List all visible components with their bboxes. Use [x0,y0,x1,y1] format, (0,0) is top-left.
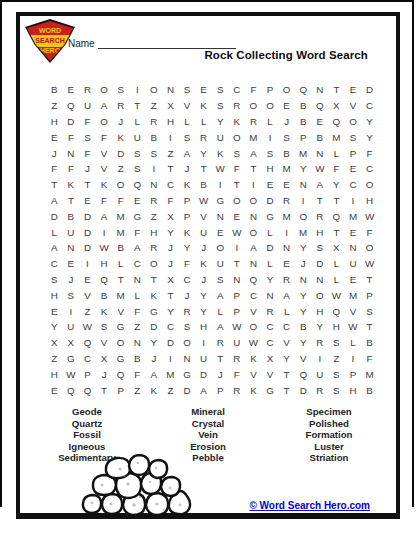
grid-cell: S [212,82,229,98]
grid-cell: O [96,114,113,130]
grid-cell: S [312,240,329,256]
grid-cell: H [345,382,362,398]
grid-cell: T [63,193,80,209]
grid-cell: W [328,287,345,303]
grid-cell: F [361,145,378,161]
word-list-item: Igneous [28,441,146,453]
grid-cell: O [361,177,378,193]
grid-cell: T [195,161,212,177]
grid-cell: S [96,319,113,335]
grid-cell: W [361,256,378,272]
grid-cell: C [361,161,378,177]
grid-cell: J [162,240,179,256]
grid-cell: D [79,240,96,256]
grid-cell: O [112,177,129,193]
grid-cell: M [295,224,312,240]
grid-cell: N [179,351,196,367]
grid-cell: A [245,240,262,256]
grid-cell: W [212,161,229,177]
grid-cell: E [278,98,295,114]
grid-cell: R [312,335,329,351]
grid-cell: E [46,129,63,145]
grid-cell: G [129,208,146,224]
grid-cell: Z [129,319,146,335]
grid-cell: F [361,224,378,240]
grid-cell: R [278,272,295,288]
grid-cell: N [345,240,362,256]
grid-cell: T [112,272,129,288]
grid-cell: R [112,98,129,114]
grid-cell: O [96,82,113,98]
grid-cell: X [328,98,345,114]
grid-cell: O [245,224,262,240]
grid-cell: V [96,145,113,161]
word-list-item: Striation [270,452,388,464]
grid-cell: R [212,335,229,351]
grid-cell: E [46,303,63,319]
grid-cell: Y [328,177,345,193]
grid-cell: H [262,161,279,177]
grid-cell: I [312,351,329,367]
word-list-item: Mineral [149,406,267,418]
grid-cell: J [278,114,295,130]
grid-cell: T [312,193,329,209]
grid-cell: W [229,224,246,240]
grid-cell: E [312,114,329,130]
grid-cell: P [229,303,246,319]
grid-cell: A [96,98,113,114]
grid-cell: S [328,382,345,398]
grid-cell: P [345,145,362,161]
grid-cell: R [195,129,212,145]
grid-cell: L [46,224,63,240]
grid-cell: E [129,193,146,209]
grid-cell: B [312,129,329,145]
grid-cell: J [295,256,312,272]
grid-cell: H [328,319,345,335]
word-list-item: Quartz [28,418,146,430]
grid-cell: S [212,98,229,114]
grid-cell: P [361,287,378,303]
grid-cell: S [229,145,246,161]
grid-cell: W [96,240,113,256]
grid-cell: T [328,82,345,98]
grid-cell: C [179,272,196,288]
grid-cell: V [96,335,113,351]
grid-cell: T [361,272,378,288]
grid-cell: F [96,193,113,209]
grid-cell: K [179,224,196,240]
grid-cell: I [278,224,295,240]
grid-cell: K [195,98,212,114]
grid-cell: O [295,208,312,224]
grid-cell: T [278,366,295,382]
grid-cell: M [345,208,362,224]
grid-cell: M [162,366,179,382]
grid-cell: D [79,224,96,240]
grid-cell: Q [79,382,96,398]
grid-cell: A [96,208,113,224]
grid-cell: L [112,256,129,272]
grid-cell: C [262,319,279,335]
grid-cell: F [63,161,80,177]
grid-cell: E [63,82,80,98]
grid-cell: S [345,129,362,145]
grid-cell: P [345,366,362,382]
grid-cell: G [212,193,229,209]
grid-cell: K [245,382,262,398]
grid-cell: H [361,193,378,209]
grid-cell: V [245,303,262,319]
grid-cell: F [162,193,179,209]
grid-cell: T [245,161,262,177]
grid-cell: U [212,129,229,145]
grid-cell: E [345,161,362,177]
grid-cell: F [328,161,345,177]
grid-cell: Q [96,272,113,288]
grid-cell: N [129,272,146,288]
grid-cell: N [212,208,229,224]
grid-cell: V [278,335,295,351]
grid-cell: R [146,240,163,256]
grid-cell: F [46,161,63,177]
grid-cell: R [229,98,246,114]
grid-cell: F [79,114,96,130]
word-list-column: SpecimenPolishedFormationLusterStriation [270,406,388,464]
grid-cell: T [96,382,113,398]
grid-cell: F [96,129,113,145]
grid-cell: S [212,272,229,288]
grid-cell: Z [146,208,163,224]
word-list-item: Polished [270,418,388,430]
grid-cell: X [63,335,80,351]
grid-cell: O [112,335,129,351]
grid-cell: C [245,287,262,303]
grid-cell: R [146,114,163,130]
grid-cell: D [195,366,212,382]
grid-cell: B [295,114,312,130]
grid-cell: B [295,319,312,335]
grid-cell: K [212,145,229,161]
grid-cell: D [361,82,378,98]
grid-cell: T [162,161,179,177]
grid-cell: N [278,240,295,256]
grid-cell: C [262,335,279,351]
grid-cell: F [229,366,246,382]
grid-cell: L [129,114,146,130]
grid-cell: A [212,319,229,335]
grid-cell: F [245,82,262,98]
grid-cell: U [312,366,329,382]
grid-cell: W [245,335,262,351]
grid-cell: G [262,208,279,224]
grid-cell: L [179,114,196,130]
grid-cell: I [229,240,246,256]
grid-cell: C [278,319,295,335]
grid-cell: M [278,208,295,224]
grid-cell: F [129,366,146,382]
grid-cell: J [195,272,212,288]
grid-cell: L [328,145,345,161]
grid-cell: B [129,351,146,367]
grid-cell: S [179,129,196,145]
grid-cell: N [312,82,329,98]
grid-cell: U [63,319,80,335]
worksheet-page: WORD SEARCH HERO Name Rock Collecting Wo… [0,0,416,539]
grid-cell: O [146,82,163,98]
grid-cell: F [129,224,146,240]
word-search-grid: BEROSIONSESCFPOQNTEDZQUARTZXVKSROOEBQXVC… [46,82,378,398]
grid-cell: M [112,287,129,303]
grid-cell: P [112,382,129,398]
word-list-item: Formation [270,429,388,441]
grid-cell: C [345,177,362,193]
grid-cell: A [312,177,329,193]
grid-cell: F [112,193,129,209]
grid-cell: W [195,193,212,209]
grid-cell: I [295,193,312,209]
grid-cell: Y [295,303,312,319]
grid-cell: O [229,193,246,209]
grid-cell: B [195,177,212,193]
grid-cell: J [63,272,80,288]
grid-cell: J [146,351,163,367]
grid-cell: P [179,208,196,224]
grid-cell: O [312,287,329,303]
grid-cell: M [112,208,129,224]
grid-cell: Q [328,114,345,130]
grid-cell: Y [312,319,329,335]
word-list-item: Fossil [28,429,146,441]
grid-cell: I [146,161,163,177]
grid-cell: T [162,287,179,303]
grid-cell: I [129,82,146,98]
grid-cell: K [146,382,163,398]
grid-cell: S [79,129,96,145]
grid-cell: N [229,272,246,288]
grid-cell: I [345,351,362,367]
grid-cell: F [63,129,80,145]
word-list-item: Crystal [149,418,267,430]
word-list-item: Specimen [270,406,388,418]
grid-cell: Q [63,98,80,114]
grid-cell: I [63,303,80,319]
grid-cell: X [262,351,279,367]
grid-cell: R [245,114,262,130]
grid-cell: F [361,351,378,367]
grid-cell: N [262,287,279,303]
grid-cell: J [79,161,96,177]
grid-cell: D [262,193,279,209]
grid-cell: C [229,82,246,98]
grid-cell: M [345,287,362,303]
grid-cell: S [46,272,63,288]
grid-cell: O [212,240,229,256]
grid-cell: U [63,224,80,240]
grid-cell: W [312,161,329,177]
grid-cell: A [212,287,229,303]
grid-cell: E [278,256,295,272]
grid-cell: S [278,129,295,145]
grid-cell: K [229,114,246,130]
grid-cell: Q [295,366,312,382]
grid-cell: E [229,208,246,224]
grid-cell: N [245,208,262,224]
grid-cell: V [245,366,262,382]
grid-cell: Z [46,351,63,367]
grid-cell: R [179,303,196,319]
grid-cell: Z [129,382,146,398]
grid-cell: S [179,82,196,98]
grid-cell: U [212,256,229,272]
grid-cell: L [262,114,279,130]
grid-cell: X [96,351,113,367]
grid-cell: E [79,272,96,288]
grid-cell: X [162,98,179,114]
grid-cell: O [245,319,262,335]
grid-cell: J [96,366,113,382]
word-list-item: Vein [149,429,267,441]
grid-cell: F [79,145,96,161]
grid-cell: V [79,287,96,303]
grid-cell: Y [195,287,212,303]
grid-cell: M [245,129,262,145]
grid-cell: Q [129,177,146,193]
grid-cell: S [328,335,345,351]
grid-cell: R [278,193,295,209]
grid-cell: H [96,256,113,272]
grid-cell: U [195,351,212,367]
grid-cell: I [262,129,279,145]
grid-cell: C [162,177,179,193]
grid-cell: D [112,145,129,161]
grid-cell: X [162,272,179,288]
grid-cell: Y [212,114,229,130]
grid-cell: Y [295,287,312,303]
grid-cell: O [146,256,163,272]
grid-cell: N [295,272,312,288]
grid-cell: N [146,177,163,193]
grid-cell: D [312,256,329,272]
grid-cell: D [295,382,312,398]
grid-cell: Y [295,240,312,256]
grid-cell: T [328,224,345,240]
grid-cell: Y [162,224,179,240]
grid-cell: Y [162,303,179,319]
grid-cell: R [229,382,246,398]
grid-cell: B [361,382,378,398]
grid-cell: K [179,177,196,193]
grid-cell: C [79,351,96,367]
grid-cell: U [79,98,96,114]
grid-cell: R [146,193,163,209]
grid-cell: K [63,177,80,193]
grid-cell: L [262,224,279,240]
grid-cell: L [212,303,229,319]
grid-cell: D [162,335,179,351]
grid-cell: Z [328,351,345,367]
grid-cell: S [129,161,146,177]
grid-cell: N [312,145,329,161]
grid-cell: L [129,287,146,303]
grid-cell: D [179,382,196,398]
grid-cell: T [229,177,246,193]
grid-cell: B [46,82,63,98]
grid-cell: E [278,177,295,193]
grid-cell: H [146,224,163,240]
grid-cell: R [262,303,279,319]
grid-cell: G [179,366,196,382]
grid-cell: C [162,319,179,335]
word-list-item: Erosion [149,441,267,453]
name-row: Name [68,38,236,49]
grid-cell: L [328,256,345,272]
grid-cell: Q [63,382,80,398]
grid-cell: H [46,114,63,130]
grid-cell: Y [295,161,312,177]
grid-cell: L [262,256,279,272]
grid-cell: E [46,382,63,398]
grid-cell: S [146,145,163,161]
grid-cell: P [262,82,279,98]
grid-cell: Y [179,240,196,256]
grid-cell: Y [295,335,312,351]
grid-cell: O [245,98,262,114]
grid-cell: Z [146,98,163,114]
grid-cell: S [361,303,378,319]
grid-cell: T [129,98,146,114]
grid-cell: X [328,240,345,256]
grid-cell: A [146,366,163,382]
grid-cell: S [63,287,80,303]
grid-cell: X [46,335,63,351]
grid-cell: J [179,161,196,177]
grid-cell: P [229,287,246,303]
word-list-item: Luster [270,441,388,453]
grid-cell: D [46,208,63,224]
grid-cell: I [96,224,113,240]
grid-cell: E [212,224,229,240]
grid-cell: Y [46,319,63,335]
grid-cell: F [229,161,246,177]
grid-cell: Z [46,98,63,114]
grid-cell: E [79,193,96,209]
page-title: Rock Collecting Word Search [204,49,368,61]
grid-cell: O [179,335,196,351]
grid-cell: S [328,366,345,382]
grid-cell: T [328,193,345,209]
grid-cell: B [146,129,163,145]
word-search-hero-link[interactable]: © Word Search Hero.com [249,500,370,511]
grid-cell: W [229,319,246,335]
grid-cell: V [112,303,129,319]
grid-cell: Z [112,161,129,177]
grid-cell: E [345,224,362,240]
grid-cell: E [63,256,80,272]
grid-cell: V [345,303,362,319]
grid-cell: K [146,287,163,303]
grid-cell: A [245,145,262,161]
grid-cell: N [295,177,312,193]
grid-cell: T [278,382,295,398]
grid-cell: M [278,161,295,177]
grid-cell: S [129,145,146,161]
grid-cell: A [46,193,63,209]
grid-cell: K [96,303,113,319]
grid-cell: Z [79,303,96,319]
logo-hero: HERO [26,47,74,54]
grid-cell: E [262,177,279,193]
